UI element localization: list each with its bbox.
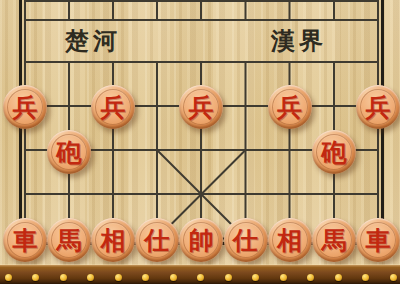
piece-horse-f2[interactable]: 馬 — [47, 218, 91, 262]
piece-soldier-f5[interactable]: 兵 — [179, 85, 223, 129]
gold-stud-icon — [307, 274, 314, 281]
gold-stud-icon — [197, 274, 204, 281]
piece-character: 兵 — [101, 95, 126, 120]
gold-stud-icon — [32, 274, 39, 281]
piece-elephant-f3[interactable]: 相 — [91, 218, 135, 262]
piece-character: 仕 — [233, 228, 258, 253]
piece-face: 仕 — [139, 222, 175, 258]
piece-cannon-f8[interactable]: 砲 — [312, 130, 356, 174]
piece-soldier-f9[interactable]: 兵 — [356, 85, 400, 129]
piece-face: 相 — [95, 222, 131, 258]
piece-chariot-f9[interactable]: 車 — [356, 218, 400, 262]
piece-character: 相 — [277, 228, 302, 253]
river-label-chu: 楚河 — [58, 27, 128, 55]
piece-face: 馬 — [316, 222, 352, 258]
piece-character: 兵 — [13, 95, 38, 120]
piece-face: 砲 — [316, 134, 352, 170]
gold-stud-icon — [225, 274, 232, 281]
piece-character: 砲 — [57, 140, 82, 165]
board-front-edge — [0, 265, 400, 284]
gold-stud-icon — [390, 274, 397, 281]
piece-character: 馬 — [57, 228, 82, 253]
piece-character: 車 — [13, 228, 38, 253]
piece-character: 馬 — [322, 228, 347, 253]
gold-stud-icon — [142, 274, 149, 281]
piece-face: 砲 — [51, 134, 87, 170]
piece-face: 兵 — [7, 89, 43, 125]
piece-face: 相 — [272, 222, 308, 258]
piece-face: 兵 — [95, 89, 131, 125]
gold-stud-icon — [170, 274, 177, 281]
gold-stud-icon — [335, 274, 342, 281]
piece-face: 馬 — [51, 222, 87, 258]
piece-horse-f8[interactable]: 馬 — [312, 218, 356, 262]
piece-cannon-f2[interactable]: 砲 — [47, 130, 91, 174]
piece-face: 車 — [360, 222, 396, 258]
piece-face: 兵 — [183, 89, 219, 125]
gold-stud-icon — [5, 274, 12, 281]
piece-soldier-f1[interactable]: 兵 — [3, 85, 47, 129]
gold-stud-icon — [362, 274, 369, 281]
gold-stud-icon — [60, 274, 67, 281]
piece-face: 兵 — [272, 89, 308, 125]
piece-general-f5[interactable]: 帥 — [179, 218, 223, 262]
gold-stud-icon — [87, 274, 94, 281]
piece-character: 車 — [366, 228, 391, 253]
xiangqi-board: 楚河 漢界 兵兵兵兵兵砲砲車馬相仕帥仕相馬車 — [0, 0, 400, 284]
piece-face: 仕 — [228, 222, 264, 258]
piece-face: 兵 — [360, 89, 396, 125]
piece-advisor-f4[interactable]: 仕 — [135, 218, 179, 262]
gold-stud-icon — [115, 274, 122, 281]
piece-character: 相 — [101, 228, 126, 253]
piece-character: 砲 — [322, 140, 347, 165]
piece-soldier-f3[interactable]: 兵 — [91, 85, 135, 129]
piece-character: 兵 — [189, 95, 214, 120]
piece-elephant-f7[interactable]: 相 — [268, 218, 312, 262]
piece-face: 車 — [7, 222, 43, 258]
piece-character: 帥 — [189, 228, 214, 253]
piece-chariot-f1[interactable]: 車 — [3, 218, 47, 262]
gold-stud-icon — [252, 274, 259, 281]
piece-soldier-f7[interactable]: 兵 — [268, 85, 312, 129]
piece-character: 兵 — [366, 95, 391, 120]
piece-advisor-f6[interactable]: 仕 — [224, 218, 268, 262]
piece-character: 仕 — [145, 228, 170, 253]
piece-character: 兵 — [277, 95, 302, 120]
piece-face: 帥 — [183, 222, 219, 258]
river-label-han: 漢界 — [264, 27, 334, 55]
gold-stud-icon — [280, 274, 287, 281]
